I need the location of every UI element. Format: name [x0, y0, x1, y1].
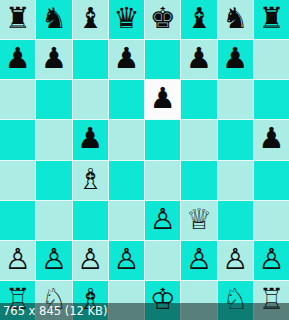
- square-d7[interactable]: ♟: [109, 40, 144, 79]
- square-b8[interactable]: ♞: [36, 0, 71, 39]
- image-viewer-stage: ♜♞♝♛♚♝♞♜♟♟♟♟♟♟♟♟♗♙♕♙♙♙♙♙♙♙♖♘♗♔♘♖ 765 x 8…: [0, 0, 289, 320]
- square-f7[interactable]: ♟: [181, 40, 216, 79]
- square-h6[interactable]: [254, 80, 289, 119]
- square-h2[interactable]: ♙: [254, 241, 289, 280]
- square-e8[interactable]: ♚: [145, 0, 180, 39]
- piece-black-king: ♚: [150, 4, 176, 33]
- square-f2[interactable]: ♙: [181, 241, 216, 280]
- square-e7[interactable]: [145, 40, 180, 79]
- square-c2[interactable]: ♙: [73, 241, 108, 280]
- piece-black-pawn: ♟: [77, 124, 103, 153]
- piece-white-pawn: ♙: [258, 245, 284, 274]
- square-g8[interactable]: ♞: [218, 0, 253, 39]
- square-b7[interactable]: ♟: [36, 40, 71, 79]
- piece-black-pawn: ♟: [258, 124, 284, 153]
- square-a2[interactable]: ♙: [0, 241, 35, 280]
- square-g7[interactable]: ♟: [218, 40, 253, 79]
- square-h4[interactable]: [254, 161, 289, 200]
- square-f3[interactable]: ♕: [181, 201, 216, 240]
- piece-black-rook: ♜: [258, 4, 284, 33]
- piece-white-pawn: ♙: [222, 245, 248, 274]
- square-b4[interactable]: [36, 161, 71, 200]
- square-c8[interactable]: ♝: [73, 0, 108, 39]
- piece-white-pawn: ♙: [186, 245, 212, 274]
- square-h3[interactable]: [254, 201, 289, 240]
- piece-white-pawn: ♙: [41, 245, 67, 274]
- square-e6[interactable]: ♟: [145, 80, 180, 119]
- piece-white-bishop: ♗: [77, 165, 103, 194]
- square-b6[interactable]: [36, 80, 71, 119]
- piece-white-pawn: ♙: [150, 205, 176, 234]
- piece-black-pawn: ♟: [186, 44, 212, 73]
- square-f4[interactable]: [181, 161, 216, 200]
- square-c4[interactable]: ♗: [73, 161, 108, 200]
- square-b2[interactable]: ♙: [36, 241, 71, 280]
- piece-black-knight: ♞: [222, 4, 248, 33]
- piece-black-pawn: ♟: [222, 44, 248, 73]
- square-d5[interactable]: [109, 120, 144, 159]
- piece-black-pawn: ♟: [41, 44, 67, 73]
- square-a6[interactable]: [0, 80, 35, 119]
- square-a3[interactable]: [0, 201, 35, 240]
- piece-white-queen: ♕: [186, 205, 212, 234]
- square-f8[interactable]: ♝: [181, 0, 216, 39]
- piece-black-pawn: ♟: [150, 84, 176, 113]
- square-f5[interactable]: [181, 120, 216, 159]
- square-g4[interactable]: [218, 161, 253, 200]
- square-d2[interactable]: ♙: [109, 241, 144, 280]
- square-d3[interactable]: [109, 201, 144, 240]
- square-h7[interactable]: [254, 40, 289, 79]
- square-a8[interactable]: ♜: [0, 0, 35, 39]
- square-g2[interactable]: ♙: [218, 241, 253, 280]
- square-d6[interactable]: [109, 80, 144, 119]
- piece-black-bishop: ♝: [186, 4, 212, 33]
- piece-white-pawn: ♙: [113, 245, 139, 274]
- piece-black-rook: ♜: [5, 4, 31, 33]
- square-g3[interactable]: [218, 201, 253, 240]
- image-dimensions-label: 765 x 845 (12 KB): [3, 304, 107, 318]
- piece-black-knight: ♞: [41, 4, 67, 33]
- square-e4[interactable]: [145, 161, 180, 200]
- status-bar: 765 x 845 (12 KB): [0, 303, 289, 320]
- square-e2[interactable]: [145, 241, 180, 280]
- square-a5[interactable]: [0, 120, 35, 159]
- square-b5[interactable]: [36, 120, 71, 159]
- piece-white-pawn: ♙: [5, 245, 31, 274]
- square-h5[interactable]: ♟: [254, 120, 289, 159]
- piece-black-pawn: ♟: [5, 44, 31, 73]
- square-d8[interactable]: ♛: [109, 0, 144, 39]
- square-h8[interactable]: ♜: [254, 0, 289, 39]
- piece-black-queen: ♛: [113, 4, 139, 33]
- square-e5[interactable]: [145, 120, 180, 159]
- piece-black-bishop: ♝: [77, 4, 103, 33]
- piece-black-pawn: ♟: [113, 44, 139, 73]
- square-f6[interactable]: [181, 80, 216, 119]
- square-g6[interactable]: [218, 80, 253, 119]
- square-c5[interactable]: ♟: [73, 120, 108, 159]
- square-b3[interactable]: [36, 201, 71, 240]
- chess-board: ♜♞♝♛♚♝♞♜♟♟♟♟♟♟♟♟♗♙♕♙♙♙♙♙♙♙♖♘♗♔♘♖: [0, 0, 289, 320]
- square-g5[interactable]: [218, 120, 253, 159]
- square-a7[interactable]: ♟: [0, 40, 35, 79]
- square-c7[interactable]: [73, 40, 108, 79]
- square-c3[interactable]: [73, 201, 108, 240]
- square-e3[interactable]: ♙: [145, 201, 180, 240]
- square-c6[interactable]: [73, 80, 108, 119]
- piece-white-pawn: ♙: [77, 245, 103, 274]
- square-d4[interactable]: [109, 161, 144, 200]
- square-a4[interactable]: [0, 161, 35, 200]
